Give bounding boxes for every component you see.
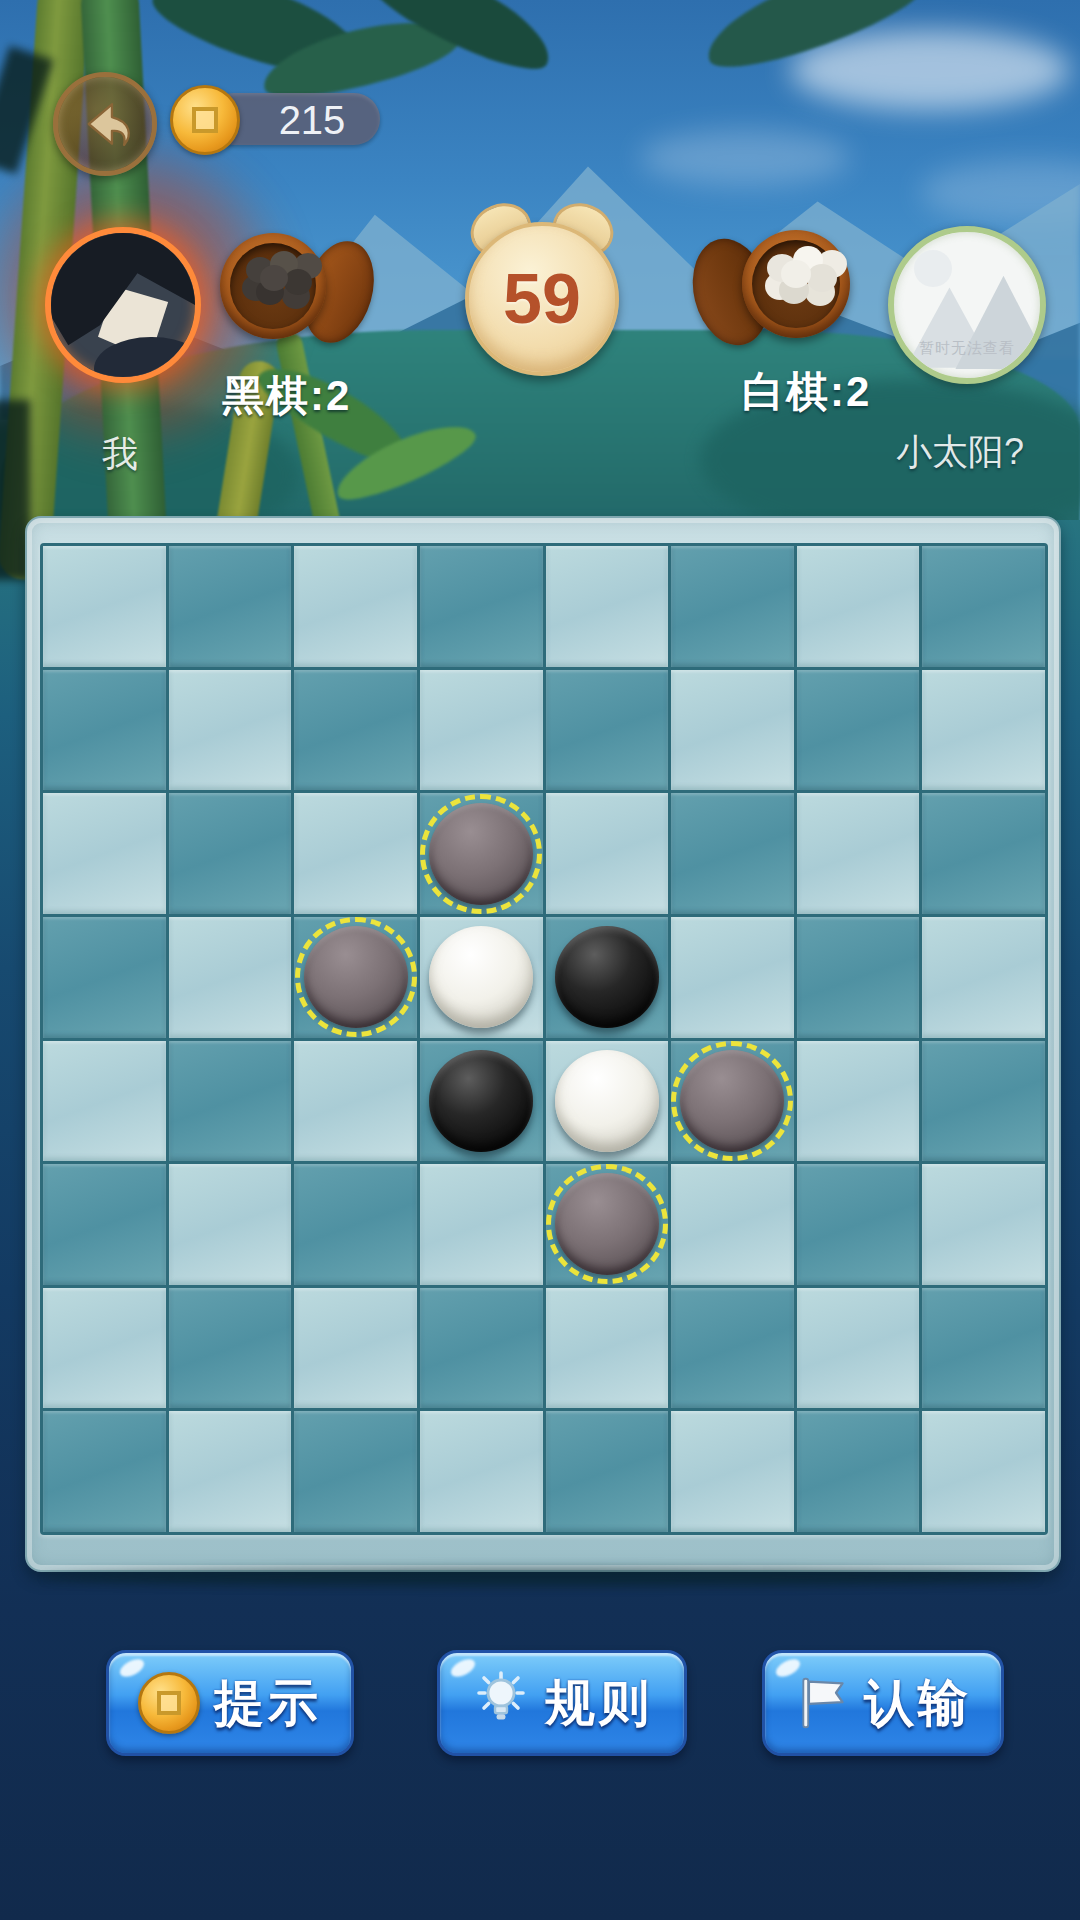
cell-r3c4[interactable] <box>546 917 669 1038</box>
coin-hole <box>157 1691 181 1715</box>
cell-r5c5[interactable] <box>671 1164 794 1285</box>
white-stones <box>781 260 811 288</box>
white-disc <box>555 1050 659 1152</box>
cell-r4c7[interactable] <box>922 1041 1045 1162</box>
black-count-label: 黑棋:2 <box>222 368 351 424</box>
timer-clock: 59 <box>465 222 619 376</box>
cell-r2c0[interactable] <box>43 793 166 914</box>
legal-move-hint-disc[interactable] <box>304 926 408 1028</box>
cell-r0c6[interactable] <box>797 546 920 667</box>
cell-r2c6[interactable] <box>797 793 920 914</box>
cell-r5c0[interactable] <box>43 1164 166 1285</box>
white-count-label: 白棋:2 <box>742 364 871 420</box>
cell-r1c2[interactable] <box>294 670 417 791</box>
white-flag-icon <box>794 1673 850 1733</box>
cell-r6c1[interactable] <box>169 1288 292 1409</box>
cell-r0c0[interactable] <box>43 546 166 667</box>
resign-button[interactable]: 认输 <box>762 1650 1004 1756</box>
rules-button-label: 规则 <box>545 1670 653 1737</box>
cell-r4c5[interactable] <box>671 1041 794 1162</box>
black-disc <box>429 1050 533 1152</box>
cell-r6c5[interactable] <box>671 1288 794 1409</box>
coin-balance-value: 215 <box>252 98 372 142</box>
cell-r7c0[interactable] <box>43 1411 166 1532</box>
cell-r2c1[interactable] <box>169 793 292 914</box>
cell-r6c7[interactable] <box>922 1288 1045 1409</box>
timer-value: 59 <box>503 259 581 339</box>
cell-r0c7[interactable] <box>922 546 1045 667</box>
cell-r5c6[interactable] <box>797 1164 920 1285</box>
cell-r5c4[interactable] <box>546 1164 669 1285</box>
reversi-board <box>25 516 1061 1572</box>
cell-r5c2[interactable] <box>294 1164 417 1285</box>
black-stones <box>260 265 288 291</box>
cell-r4c0[interactable] <box>43 1041 166 1162</box>
cloud <box>790 30 1070 110</box>
cell-r2c3[interactable] <box>420 793 543 914</box>
player-avatar-self <box>45 227 201 383</box>
cell-r1c6[interactable] <box>797 670 920 791</box>
cell-r4c4[interactable] <box>546 1041 669 1162</box>
cell-r0c1[interactable] <box>169 546 292 667</box>
cell-r5c7[interactable] <box>922 1164 1045 1285</box>
cell-r0c5[interactable] <box>671 546 794 667</box>
cell-r6c0[interactable] <box>43 1288 166 1409</box>
cell-r5c3[interactable] <box>420 1164 543 1285</box>
player-avatar-opponent: 暂时无法查看 <box>888 226 1046 384</box>
cell-r2c5[interactable] <box>671 793 794 914</box>
board-grid <box>40 543 1048 1535</box>
cell-r6c4[interactable] <box>546 1288 669 1409</box>
cell-r3c3[interactable] <box>420 917 543 1038</box>
cell-r4c3[interactable] <box>420 1041 543 1162</box>
cell-r7c7[interactable] <box>922 1411 1045 1532</box>
cell-r6c2[interactable] <box>294 1288 417 1409</box>
cell-r1c3[interactable] <box>420 670 543 791</box>
white-disc <box>429 926 533 1028</box>
light-bulb-icon <box>471 1671 531 1735</box>
back-arrow-icon <box>76 95 134 153</box>
legal-move-hint-disc[interactable] <box>680 1050 784 1152</box>
board-shadow <box>45 1568 1037 1586</box>
cell-r3c6[interactable] <box>797 917 920 1038</box>
hint-button-label: 提示 <box>214 1670 322 1737</box>
cell-r3c5[interactable] <box>671 917 794 1038</box>
cell-r4c6[interactable] <box>797 1041 920 1162</box>
cell-r4c2[interactable] <box>294 1041 417 1162</box>
coin-hole <box>192 107 218 133</box>
cell-r7c5[interactable] <box>671 1411 794 1532</box>
cell-r4c1[interactable] <box>169 1041 292 1162</box>
cell-r0c3[interactable] <box>420 546 543 667</box>
game-screen: 215 我 黑棋:2 59 白棋:2 暂时无法查看 小太阳? <box>0 0 1080 1920</box>
legal-move-hint-disc[interactable] <box>555 1173 659 1275</box>
black-disc <box>555 926 659 1028</box>
cell-r6c6[interactable] <box>797 1288 920 1409</box>
black-stone-bowl <box>220 233 326 339</box>
cell-r7c1[interactable] <box>169 1411 292 1532</box>
cloud <box>640 130 850 186</box>
cell-r7c2[interactable] <box>294 1411 417 1532</box>
player-name-self: 我 <box>60 430 180 479</box>
resign-button-label: 认输 <box>864 1670 972 1737</box>
cell-r1c0[interactable] <box>43 670 166 791</box>
cell-r2c4[interactable] <box>546 793 669 914</box>
cell-r5c1[interactable] <box>169 1164 292 1285</box>
cell-r0c2[interactable] <box>294 546 417 667</box>
avatar-placeholder-sun <box>914 250 952 288</box>
cell-r6c3[interactable] <box>420 1288 543 1409</box>
avatar-placeholder-text: 暂时无法查看 <box>894 339 1040 358</box>
cell-r1c4[interactable] <box>546 670 669 791</box>
hint-coin-icon <box>138 1672 200 1734</box>
cell-r7c6[interactable] <box>797 1411 920 1532</box>
cell-r2c7[interactable] <box>922 793 1045 914</box>
rules-button[interactable]: 规则 <box>437 1650 687 1756</box>
cell-r1c5[interactable] <box>671 670 794 791</box>
cell-r2c2[interactable] <box>294 793 417 914</box>
cell-r3c2[interactable] <box>294 917 417 1038</box>
cell-r3c0[interactable] <box>43 917 166 1038</box>
white-stone-bowl <box>742 230 850 338</box>
hint-button[interactable]: 提示 <box>106 1650 354 1756</box>
cell-r3c7[interactable] <box>922 917 1045 1038</box>
cell-r3c1[interactable] <box>169 917 292 1038</box>
back-button[interactable] <box>53 72 157 176</box>
cell-r7c3[interactable] <box>420 1411 543 1532</box>
cell-r0c4[interactable] <box>546 546 669 667</box>
legal-move-hint-disc[interactable] <box>429 803 533 905</box>
cell-r1c1[interactable] <box>169 670 292 791</box>
cell-r7c4[interactable] <box>546 1411 669 1532</box>
cell-r1c7[interactable] <box>922 670 1045 791</box>
player-name-opponent: 小太阳? <box>870 428 1050 477</box>
coin-icon <box>170 85 240 155</box>
